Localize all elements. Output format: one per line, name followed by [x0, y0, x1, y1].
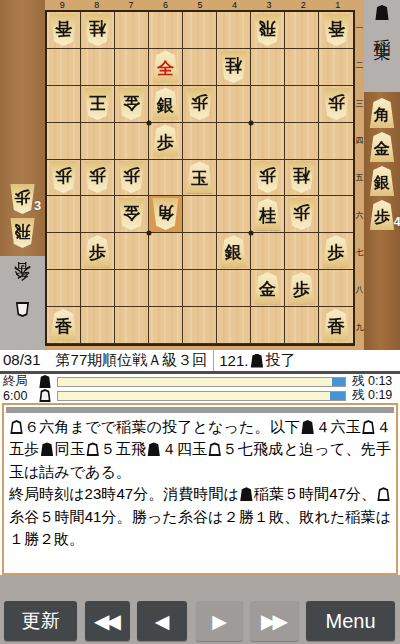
- shogi-piece-p: 歩: [185, 88, 214, 120]
- board-square[interactable]: [47, 233, 81, 270]
- white-captured-tray: 歩3飛: [0, 0, 45, 256]
- board-square[interactable]: [251, 49, 285, 86]
- board-square[interactable]: 歩: [319, 233, 353, 270]
- shogi-piece-B: 角: [369, 98, 396, 128]
- captured-piece: 金: [369, 132, 396, 162]
- shogi-piece-p: 歩: [49, 161, 78, 193]
- board-square[interactable]: [183, 233, 217, 270]
- shogi-piece-promoted-S: 全: [151, 51, 180, 83]
- board-square[interactable]: 桂: [285, 160, 319, 197]
- board-square[interactable]: [251, 233, 285, 270]
- board-square[interactable]: 歩: [115, 160, 149, 197]
- white-player-label: 糸谷: [14, 290, 31, 317]
- star-point: [249, 231, 254, 236]
- captured-piece: 歩4: [369, 200, 396, 230]
- event-label: 08/31 第77期順位戦Ａ級３回: [0, 351, 207, 370]
- commentary-paragraph: ６六角までで稲葉の投了となった。以下４六玉４五歩同玉５五飛４四玉５七飛成と迫って…: [9, 416, 391, 483]
- board-square[interactable]: [81, 270, 115, 307]
- shogi-piece-G: 金: [369, 132, 396, 162]
- black-time-bar: [57, 377, 346, 387]
- title-divider: [213, 350, 214, 371]
- white-time-bar: [57, 391, 346, 401]
- black-player-column: 稲葉 角金銀歩4: [364, 0, 400, 350]
- white-move-icon: [362, 420, 375, 434]
- file-label: 1: [321, 0, 355, 10]
- black-player-name-area: 稲葉: [364, 0, 400, 92]
- shogi-piece-G: 金: [253, 272, 282, 304]
- board-square[interactable]: 香: [319, 12, 353, 49]
- white-move-icon: [10, 420, 23, 434]
- commentary-text: ６六角までで稲葉の投了となった。以下４六玉４五歩同玉５五飛４四玉５七飛成と迫って…: [4, 413, 396, 553]
- board-square[interactable]: [319, 196, 353, 233]
- menu-button[interactable]: Menu: [306, 601, 395, 641]
- star-point: [147, 120, 152, 125]
- board-square[interactable]: 桂: [251, 196, 285, 233]
- board-square[interactable]: [47, 86, 81, 123]
- file-label: 9: [45, 0, 79, 10]
- black-player-name: 稲葉: [374, 26, 391, 32]
- file-label: 6: [148, 0, 182, 10]
- board-square[interactable]: [183, 196, 217, 233]
- shogi-piece-S: 銀: [151, 88, 180, 120]
- captured-piece: 角: [369, 98, 396, 128]
- board-square[interactable]: [319, 123, 353, 160]
- shogi-piece-b: 角: [151, 198, 180, 230]
- board-square[interactable]: 角: [149, 196, 183, 233]
- last-move-label: 121.投了: [219, 351, 295, 370]
- rank-label: 七: [355, 234, 364, 271]
- shogi-piece-n: 桂: [287, 161, 316, 193]
- board-square[interactable]: 歩: [81, 160, 115, 197]
- bottom-toolbar: 更新◀◀◀▶▶▶Menu: [0, 575, 400, 644]
- board-region: 歩3飛 糸谷 987654321 香桂飛香全桂王金銀歩歩歩歩歩歩玉歩桂金角桂歩歩…: [0, 0, 400, 350]
- board-square[interactable]: 銀: [217, 233, 251, 270]
- board-square[interactable]: [183, 307, 217, 344]
- board-square[interactable]: [285, 307, 319, 344]
- star-point: [147, 231, 152, 236]
- shogi-piece-P: 歩: [287, 272, 316, 304]
- shogi-piece-S: 銀: [369, 166, 396, 196]
- board-square[interactable]: [47, 196, 81, 233]
- board-square[interactable]: 歩: [149, 123, 183, 160]
- game-title-row: 08/31 第77期順位戦Ａ級３回 121.投了: [0, 350, 400, 374]
- board-square[interactable]: [115, 307, 149, 344]
- captured-piece: 歩3: [9, 184, 36, 214]
- shogi-piece-p: 歩: [117, 161, 146, 193]
- board-square[interactable]: [285, 233, 319, 270]
- file-label: 4: [217, 0, 251, 10]
- board-square[interactable]: 歩: [183, 86, 217, 123]
- board-square[interactable]: 歩: [319, 86, 353, 123]
- white-clock-row: 6:00 残 0:19: [0, 389, 400, 402]
- board-square[interactable]: [183, 270, 217, 307]
- board-square[interactable]: [47, 270, 81, 307]
- black-move-icon: [301, 420, 314, 434]
- board-square[interactable]: 歩: [285, 196, 319, 233]
- shogi-piece-p: 歩: [287, 198, 316, 230]
- board-square[interactable]: [81, 123, 115, 160]
- board-square[interactable]: 香: [319, 307, 353, 344]
- shogi-piece-g: 金: [117, 88, 146, 120]
- shogi-piece-n: 桂: [83, 14, 112, 46]
- shogi-piece-P: 歩: [83, 235, 112, 267]
- rank-label: 四: [355, 122, 364, 159]
- board-square[interactable]: [149, 12, 183, 49]
- board-square[interactable]: [115, 233, 149, 270]
- shogi-piece-n: 桂: [219, 51, 248, 83]
- file-labels: 987654321: [45, 0, 355, 10]
- black-move-icon: [250, 354, 263, 368]
- rank-label: 九: [355, 309, 364, 346]
- back-button-icon: ◀: [155, 610, 170, 633]
- rewind-button[interactable]: ◀◀: [85, 601, 130, 641]
- board-square[interactable]: [183, 123, 217, 160]
- white-move-icon: [208, 442, 221, 456]
- board-square[interactable]: 歩: [81, 233, 115, 270]
- shogi-piece-p: 歩: [9, 184, 36, 214]
- captured-piece: 飛: [9, 218, 36, 248]
- board-square[interactable]: [319, 160, 353, 197]
- fast-forward-button: ▶▶: [250, 601, 299, 641]
- board-square[interactable]: [149, 160, 183, 197]
- shogi-live-app: 歩3飛 糸谷 987654321 香桂飛香全桂王金銀歩歩歩歩歩歩玉歩桂金角桂歩歩…: [0, 0, 400, 644]
- board-square[interactable]: [183, 49, 217, 86]
- board-square[interactable]: 飛: [251, 12, 285, 49]
- black-move-icon: [41, 442, 54, 456]
- board-square[interactable]: 玉: [183, 160, 217, 197]
- rank-labels: 一二三四五六七八九: [355, 10, 364, 346]
- captured-count: 3: [34, 198, 41, 213]
- file-label: 5: [183, 0, 217, 10]
- commentary-paragraph: 終局時刻は23時47分。消費時間は稲葉５時間47分、糸谷５時間41分。勝った糸谷…: [9, 483, 391, 550]
- board-frame: 987654321 香桂飛香全桂王金銀歩歩歩歩歩歩玉歩桂金角桂歩歩銀歩金歩香香 …: [45, 0, 364, 350]
- info-area: 08/31 第77期順位戦Ａ級３回 121.投了 終局 残 0:13 6:00 …: [0, 350, 400, 575]
- black-captured-tray: 角金銀歩4: [364, 92, 400, 350]
- black-clock-label: 終局: [0, 373, 35, 390]
- board-square[interactable]: [319, 49, 353, 86]
- refresh-button[interactable]: 更新: [4, 601, 77, 641]
- shogi-piece-K: 玉: [185, 161, 214, 193]
- rank-label: 一: [355, 10, 364, 47]
- board-square[interactable]: [319, 270, 353, 307]
- shogi-piece-g: 金: [117, 198, 146, 230]
- board-square[interactable]: [251, 307, 285, 344]
- captured-piece: 銀: [369, 166, 396, 196]
- board-square[interactable]: [183, 12, 217, 49]
- file-label: 3: [252, 0, 286, 10]
- board-square[interactable]: [217, 196, 251, 233]
- black-move-icon: [240, 487, 253, 501]
- shogi-piece-P: 歩: [322, 235, 351, 267]
- board-square[interactable]: [81, 196, 115, 233]
- white-piece-icon: [16, 302, 30, 317]
- board-square[interactable]: [149, 233, 183, 270]
- shogi-piece-N: 桂: [253, 198, 282, 230]
- rank-label: 二: [355, 47, 364, 84]
- board-square[interactable]: [285, 123, 319, 160]
- rank-label: 三: [355, 85, 364, 122]
- commentary-box[interactable]: ６六角までで稲葉の投了となった。以下４六玉４五歩同玉５五飛４四玉５七飛成と迫って…: [2, 403, 398, 575]
- board-square[interactable]: [217, 123, 251, 160]
- board-square[interactable]: [285, 86, 319, 123]
- board-square[interactable]: [47, 49, 81, 86]
- forward-button: ▶: [196, 601, 243, 641]
- board-square[interactable]: [149, 307, 183, 344]
- board-square[interactable]: 全: [149, 49, 183, 86]
- black-clock-row: 終局 残 0:13: [0, 375, 400, 388]
- back-button[interactable]: ◀: [137, 601, 187, 641]
- board-square[interactable]: [251, 86, 285, 123]
- white-move-icon: [377, 487, 390, 501]
- shogi-piece-r: 飛: [253, 14, 282, 46]
- board-square[interactable]: [47, 123, 81, 160]
- white-player-name: 糸谷: [14, 290, 31, 296]
- board-square[interactable]: [115, 49, 149, 86]
- rank-label: 五: [355, 159, 364, 196]
- board-square[interactable]: 歩: [285, 270, 319, 307]
- board-square[interactable]: 銀: [149, 86, 183, 123]
- file-label: 8: [79, 0, 113, 10]
- shogi-piece-p: 歩: [253, 161, 282, 193]
- shogi-piece-S: 銀: [219, 235, 248, 267]
- black-clock-symbol: [35, 375, 55, 388]
- board-square[interactable]: 香: [47, 12, 81, 49]
- rank-label: 八: [355, 271, 364, 308]
- board-square[interactable]: [115, 270, 149, 307]
- rewind-button-icon: ◀◀: [94, 609, 117, 633]
- board-square[interactable]: 金: [251, 270, 285, 307]
- board-square[interactable]: 歩: [251, 160, 285, 197]
- board-square[interactable]: [217, 160, 251, 197]
- board-square[interactable]: [217, 86, 251, 123]
- shogi-piece-l: 香: [322, 14, 351, 46]
- board-square[interactable]: [251, 123, 285, 160]
- black-piece-icon: [375, 5, 389, 20]
- board-square[interactable]: [81, 49, 115, 86]
- board-square[interactable]: 金: [115, 196, 149, 233]
- white-remaining-time: 残 0:19: [352, 387, 400, 404]
- black-player-label: 稲葉: [374, 5, 391, 32]
- board-square[interactable]: 桂: [217, 49, 251, 86]
- board-square[interactable]: 桂: [81, 12, 115, 49]
- forward-button-icon: ▶: [212, 610, 227, 633]
- board-square[interactable]: 王: [81, 86, 115, 123]
- shogi-piece-L: 香: [322, 309, 351, 341]
- black-move-icon: [147, 442, 160, 456]
- white-move-icon: [86, 442, 99, 456]
- board-square[interactable]: [217, 12, 251, 49]
- board-square[interactable]: [115, 12, 149, 49]
- captured-count: 4: [394, 214, 400, 229]
- shogi-piece-r: 飛: [9, 218, 36, 248]
- white-player-column: 歩3飛 糸谷: [0, 0, 45, 350]
- shogi-piece-L: 香: [49, 309, 78, 341]
- shogi-piece-l: 香: [49, 14, 78, 46]
- shogi-piece-p: 歩: [322, 88, 351, 120]
- board-square[interactable]: [115, 123, 149, 160]
- board-square[interactable]: [149, 270, 183, 307]
- board-square[interactable]: [217, 307, 251, 344]
- shogi-piece-k: 王: [83, 88, 112, 120]
- white-clock-label: 6:00: [0, 389, 35, 403]
- shogi-piece-p: 歩: [83, 161, 112, 193]
- board-square[interactable]: 香: [47, 307, 81, 344]
- board-square[interactable]: 歩: [47, 160, 81, 197]
- shogi-piece-P: 歩: [369, 200, 396, 230]
- shogi-piece-P: 歩: [151, 125, 180, 157]
- star-point: [249, 120, 254, 125]
- file-label: 7: [114, 0, 148, 10]
- board-square[interactable]: [285, 49, 319, 86]
- white-player-name-area: 糸谷: [0, 256, 45, 350]
- file-label: 2: [286, 0, 320, 10]
- board-square[interactable]: [285, 12, 319, 49]
- shogi-board[interactable]: 香桂飛香全桂王金銀歩歩歩歩歩歩玉歩桂金角桂歩歩銀歩金歩香香: [45, 10, 355, 346]
- rank-label: 六: [355, 197, 364, 234]
- board-square[interactable]: 金: [115, 86, 149, 123]
- board-square[interactable]: [81, 307, 115, 344]
- white-clock-symbol: [35, 389, 55, 402]
- fast-forward-button-icon: ▶▶: [261, 609, 284, 633]
- board-square[interactable]: [217, 270, 251, 307]
